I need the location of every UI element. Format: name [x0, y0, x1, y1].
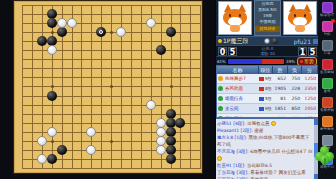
chat-username: 不灭花海 [3段]: [217, 149, 249, 154]
spectator-name: 春风吹雨 [225, 86, 259, 91]
rank-badge: 5段 [259, 96, 273, 101]
chat-message: 魔方3.8 [1段]: 黑快,白也快,下面800不是黑下死了吗 [217, 134, 313, 148]
clover-icon[interactable] [315, 146, 335, 166]
chat-area: 小强51 [4段]: 这局有点悬 Pleasant1 [2段]: 谢谢魔方3.8… [216, 118, 319, 179]
game-panel: 分先局 黑贴6.5目 19路 中国规则 对局结束 1P魔三段 pfu21 05 [215, 0, 318, 179]
chat-username: 丁当花海 [3段]: [217, 170, 249, 175]
rank-badge: 8段 [259, 86, 273, 91]
fox-avatar-icon [220, 3, 250, 33]
winrate-left-pct: 61% [217, 59, 226, 64]
black-stone-17-14 [175, 118, 185, 128]
score-value: 2350 [302, 86, 318, 91]
players-header: 分先局 黑贴6.5目 19路 中国规则 对局结束 [216, 0, 319, 36]
white-stone-11-4 [116, 27, 126, 37]
toolbar-label: 会员商城 [320, 70, 334, 75]
game-info-rules: 中国规则 [260, 19, 276, 24]
toolbar-button-直播[interactable]: 直播 [319, 77, 335, 96]
black-stone-4-18 [47, 154, 57, 164]
situation-button-label: 形势 [304, 58, 314, 65]
toolbar-icon [322, 59, 333, 70]
grid-line [151, 5, 152, 169]
chat-username: 红茶91 [1段]: [217, 163, 246, 168]
chat-message: 小强51 [4段]: 这局有点悬 [217, 120, 313, 127]
col-wins: 胜 [273, 66, 288, 74]
white-stone-14-12 [146, 100, 156, 110]
black-stone-icon [272, 38, 278, 44]
black-stone-5-4 [57, 27, 67, 37]
chat-text: 6路围空值几目 什么想法4了 白 [250, 149, 313, 154]
game-status-label: 对局结束 [255, 26, 280, 32]
star-point [51, 31, 54, 34]
toolbar-label: 专家评棋 [320, 108, 334, 113]
white-stone-8-17 [86, 145, 96, 155]
star-point [110, 85, 113, 88]
toolbar-label: 对弈 [324, 32, 331, 37]
black-stone-16-4 [166, 27, 176, 37]
losses-value: 250 [288, 96, 302, 101]
winrate-bar [227, 58, 285, 65]
grid-line [131, 5, 132, 169]
star-point [110, 31, 113, 34]
chat-message: Pleasant1 [2段]: 谢谢 [217, 127, 313, 134]
white-player-avatar[interactable] [283, 1, 317, 35]
star-point [51, 140, 54, 143]
spectator-row[interactable]: 春风吹雨8段19052282350 [217, 84, 318, 94]
toolbar-button-专家评棋[interactable]: 专家评棋 [319, 96, 335, 115]
chat-message: 丁写花海 [3段]: 果然厉害 [217, 176, 313, 179]
spectator-name: 水云间 [225, 106, 259, 111]
rank-badge: 9段 [259, 106, 273, 111]
chat-message-list: 小强51 [4段]: 这局有点悬 Pleasant1 [2段]: 谢谢魔方3.8… [217, 120, 313, 179]
spectator-table: 名称 段位 胜 负 分 先锋舞步79段6527501250春风吹雨8段19052… [216, 65, 319, 118]
chat-username: Pleasant1 [2段]: [217, 128, 253, 133]
rank-badge: 9段 [259, 76, 273, 81]
black-player-avatar[interactable] [218, 1, 252, 35]
game-info-type: 分先局 [262, 1, 274, 6]
winrate-red-segment [262, 59, 284, 64]
user-status-icon [218, 76, 223, 81]
winrate-right-pct: 39% [286, 59, 295, 64]
col-rank: 段位 [259, 66, 273, 74]
score-value: 2050 [302, 106, 318, 111]
white-stone-4-6 [47, 45, 57, 55]
white-stone-3-16 [37, 136, 47, 146]
app-window: 分先局 黑贴6.5目 19路 中国规则 对局结束 1P魔三段 pfu21 05 [0, 0, 336, 179]
grid-line [180, 5, 181, 169]
black-stone-4-11 [47, 91, 57, 101]
toolbar-label: 新手教学 [320, 127, 334, 132]
grid-line [22, 105, 201, 106]
notification-badge [331, 19, 335, 23]
chat-message: 不灭花海 [3段]: 6路围空值几目 什么想法4了 白 [217, 148, 313, 162]
losses-value: 850 [288, 106, 302, 111]
col-name: 名称 [217, 66, 259, 74]
col-score: 分 [302, 66, 318, 74]
toolbar-button-新手教学[interactable]: 新手教学 [319, 115, 335, 134]
black-stone-4-3 [47, 18, 57, 28]
losses-value: 228 [288, 86, 302, 91]
black-stone-3-5 [37, 36, 47, 46]
game-info-komi: 黑贴6.5目 [258, 7, 276, 12]
white-stone-3-18 [37, 154, 47, 164]
toolbar-button-棋谱管理[interactable]: 棋谱管理 [319, 1, 335, 20]
star-point [110, 140, 113, 143]
score-value: 1250 [302, 96, 318, 101]
grid-line [141, 5, 142, 169]
wins-value: 652 [273, 76, 288, 81]
black-stone-9-4 [96, 27, 106, 37]
toolbar-icon [322, 116, 333, 127]
clock-row: 05 让先 0 读秒 30 15 [216, 45, 319, 56]
white-stone-14-3 [146, 18, 156, 28]
wins-value: 1851 [273, 106, 288, 111]
white-stone-5-3 [57, 18, 67, 28]
fox-avatar-icon [285, 3, 315, 33]
chat-message: 红茶91 [1段]: 当前贴目6.5 [217, 162, 313, 169]
toolbar-icon [322, 78, 333, 89]
wins-value: 81 [273, 96, 288, 101]
chat-username: 小强51 [4段]: [217, 121, 246, 126]
spectator-name: 先锋舞步7 [225, 76, 259, 81]
go-board [13, 0, 203, 174]
spectator-table-body: 先锋舞步79段6527501250春风吹雨8段19052282350烟雨行舟5段… [217, 74, 318, 118]
chat-username: 丁写花海 [3段]: [217, 177, 249, 179]
toolbar-icon [322, 21, 333, 32]
user-status-icon [218, 96, 223, 101]
smiley-emoji-icon [217, 156, 222, 161]
col-losses: 负 [288, 66, 302, 74]
spectator-row[interactable]: 烟雨行舟5段812501250 [217, 94, 318, 104]
clock-digit: 5 [228, 47, 237, 56]
chat-text: 谢谢 [254, 128, 263, 133]
winrate-blue-segment [228, 59, 262, 64]
last-move-marker [99, 30, 103, 34]
left-player-clock: 05 [218, 47, 237, 56]
user-status-icon [218, 86, 223, 91]
right-player-clock: 15 [298, 47, 317, 56]
toolbar-label: 打谱 [324, 51, 331, 56]
toolbar-button-对弈[interactable]: 对弈 [319, 20, 335, 39]
white-stone-15-17 [156, 145, 166, 155]
user-status-icon [218, 106, 223, 111]
wins-value: 1905 [273, 86, 288, 91]
chat-text: 当前贴目6.5 [247, 163, 272, 168]
white-stone-4-15 [47, 127, 57, 137]
toolbar-label: 棋谱管理 [320, 13, 334, 18]
white-stone-icon [264, 38, 270, 44]
toolbar-button-打谱[interactable]: 打谱 [319, 39, 335, 58]
chat-text: 看着像优势了 网友们怎么看 [250, 170, 305, 175]
player-name-row: 1P魔三段 pfu21 [216, 36, 319, 45]
black-stone-15-6 [156, 45, 166, 55]
toolbar-icon [322, 97, 333, 108]
go-board-grid[interactable] [14, 1, 202, 173]
grid-line [200, 5, 201, 169]
spectator-table-header: 名称 段位 胜 负 分 [217, 66, 318, 74]
chat-text: 果然厉害 [250, 177, 268, 179]
toolbar-button-会员商城[interactable]: 会员商城 [319, 58, 335, 77]
grid-line [22, 168, 201, 169]
toolbar-icon [322, 40, 333, 51]
game-info-boardsize: 19路 [263, 13, 272, 18]
record-dot-icon [300, 60, 303, 63]
clock-digit: 0 [218, 47, 227, 56]
game-info-box: 分先局 黑贴6.5目 19路 中国规则 对局结束 [254, 0, 281, 36]
spectator-row[interactable]: 水云间9段18518502050 [217, 104, 318, 114]
chat-message: 丁当花海 [3段]: 看着像优势了 网友们怎么看 [217, 169, 313, 176]
spectator-row[interactable]: 先锋舞步79段6527501250 [217, 74, 318, 84]
white-stone-8-15 [86, 127, 96, 137]
chat-text: 这局有点悬 [247, 121, 270, 126]
black-stone-5-17 [57, 145, 67, 155]
toolbar-icon [322, 135, 333, 146]
clock-digit: 5 [308, 47, 317, 56]
score-value: 1250 [302, 76, 318, 81]
white-stone-6-3 [67, 18, 77, 28]
clock-middle-info: 让先 0 读秒 30 [239, 46, 296, 56]
coin-icon [218, 39, 222, 43]
losses-value: 750 [288, 76, 302, 81]
toolbar-icon [322, 2, 333, 13]
chat-username: 魔方3.8 [1段]: [217, 135, 247, 140]
winrate-row: 61% 39% 形势 [216, 56, 319, 65]
black-stone-16-18 [166, 154, 176, 164]
grid-line [190, 5, 191, 169]
toolbar-label: 直播 [324, 89, 331, 94]
right-player-name: pfu21 [294, 38, 311, 45]
smiley-emoji-icon [271, 121, 276, 126]
clock-digit: 1 [298, 47, 307, 56]
spectator-name: 烟雨行舟 [225, 96, 259, 101]
